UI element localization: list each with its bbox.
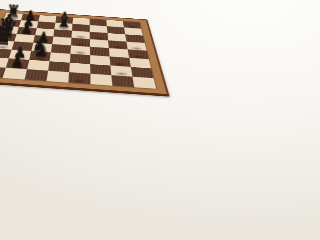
square-g7[interactable]: ♟: [6, 58, 29, 69]
square-h7[interactable]: [3, 68, 27, 80]
square-h6[interactable]: [25, 69, 48, 81]
square-h2[interactable]: [111, 75, 133, 87]
square-c7[interactable]: ♟: [17, 27, 37, 35]
black-pawn-c7-piece[interactable]: ♟: [20, 21, 33, 35]
square-d5[interactable]: [52, 37, 71, 46]
square-e5[interactable]: [51, 44, 71, 54]
square-h4[interactable]: [68, 72, 90, 84]
square-e8[interactable]: ♚: [0, 40, 14, 49]
square-b5[interactable]: ♝: [54, 23, 72, 31]
square-e3[interactable]: [90, 47, 110, 57]
piece-shadow: [74, 43, 88, 47]
square-h5[interactable]: [47, 71, 70, 83]
chess-board-frame: ♜♟♟♝♝♟♛♟♚♟♞♟♜: [0, 9, 133, 88]
square-d3[interactable]: [90, 39, 109, 48]
chess-board: ♜♟♟♝♝♟♛♟♚♟♞♟♜: [0, 12, 133, 88]
black-rook-h8-piece[interactable]: ♜: [0, 56, 2, 78]
square-c5[interactable]: [53, 29, 72, 37]
black-bishop-b5-piece[interactable]: ♝: [54, 9, 74, 31]
black-pawn-g7-piece[interactable]: ♟: [9, 53, 24, 70]
black-knight-f6-piece[interactable]: ♞: [29, 37, 51, 61]
square-d4[interactable]: [71, 38, 90, 47]
piece-shadow: [72, 79, 88, 84]
photo-chess-scene: ♜♟♟♝♝♟♛♟♚♟♞♟♜: [0, 0, 133, 88]
square-h3[interactable]: [90, 74, 112, 86]
square-f6[interactable]: ♞: [29, 51, 51, 61]
